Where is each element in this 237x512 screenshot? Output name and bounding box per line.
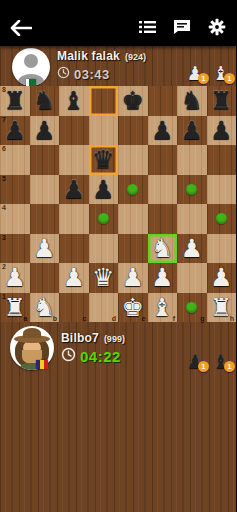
legal-move-dot: [186, 302, 197, 313]
app-screen: Malik falak (924) 03:43 ♟1♝1 8♜♞♝♚♞♜7♟♟♟…: [0, 0, 236, 512]
square-b7[interactable]: ♟: [30, 116, 60, 146]
square-g5[interactable]: [177, 175, 207, 205]
square-a1[interactable]: 1a♜: [0, 293, 30, 323]
square-h4[interactable]: [207, 204, 237, 234]
square-f5[interactable]: [148, 175, 178, 205]
square-a7[interactable]: 7♟: [0, 116, 30, 146]
white-knight: ♞: [151, 234, 173, 263]
square-h2[interactable]: ♟: [207, 263, 237, 293]
rank-label-8: 8: [2, 86, 6, 93]
white-king: ♚: [122, 293, 144, 322]
square-c5[interactable]: ♟: [59, 175, 89, 205]
square-b8[interactable]: ♞: [30, 86, 60, 116]
settings-button[interactable]: [206, 16, 228, 41]
settings-gear-icon: [208, 18, 226, 39]
opponent-name: Malik falak: [57, 49, 120, 63]
white-pawn: ♟: [210, 263, 232, 292]
opponent-captured-tray: ♟1♝1: [184, 58, 232, 84]
square-g6[interactable]: [177, 145, 207, 175]
white-pawn: ♟: [33, 234, 55, 263]
white-rook: ♜: [4, 293, 26, 322]
black-rook: ♜: [210, 86, 232, 115]
captured-white-pawn: ♟1: [184, 58, 206, 84]
legal-move-dot: [98, 213, 109, 224]
square-e8[interactable]: ♚: [118, 86, 148, 116]
square-b1[interactable]: b♞: [30, 293, 60, 323]
wood-background: [0, 374, 236, 512]
player-flag-romania: [36, 360, 48, 369]
captured-count-badge: 1: [224, 361, 235, 372]
square-f8[interactable]: [148, 86, 178, 116]
square-b3[interactable]: ♟: [30, 234, 60, 264]
square-e5[interactable]: [118, 175, 148, 205]
square-d1[interactable]: d: [89, 293, 119, 323]
square-d5[interactable]: ♟: [89, 175, 119, 205]
square-h5[interactable]: [207, 175, 237, 205]
square-c7[interactable]: [59, 116, 89, 146]
chat-icon: [173, 19, 191, 38]
legal-move-dot: [216, 213, 227, 224]
chat-button[interactable]: [171, 17, 193, 40]
white-pawn: ♟: [151, 263, 173, 292]
square-h3[interactable]: [207, 234, 237, 264]
black-pawn: ♟: [210, 116, 232, 145]
square-h7[interactable]: ♟: [207, 116, 237, 146]
square-d6[interactable]: ♛: [89, 145, 119, 175]
captured-count-badge: 1: [224, 73, 235, 84]
moves-list-button[interactable]: [137, 18, 158, 39]
square-f7[interactable]: ♟: [148, 116, 178, 146]
captured-count-badge: 1: [198, 73, 209, 84]
file-label-g: g: [200, 315, 204, 322]
square-e4[interactable]: [118, 204, 148, 234]
square-f2[interactable]: ♟: [148, 263, 178, 293]
white-queen: ♛: [92, 263, 114, 292]
opponent-clock: 03:43: [74, 67, 110, 82]
captured-white-bishop: ♝1: [210, 58, 232, 84]
rank-label-2: 2: [2, 263, 6, 270]
player-rating: (999): [104, 334, 125, 344]
square-d8[interactable]: [89, 86, 119, 116]
square-g7[interactable]: ♟: [177, 116, 207, 146]
top-bar-actions: [137, 16, 228, 41]
clock-icon: [61, 347, 76, 366]
square-g3[interactable]: ♟: [177, 234, 207, 264]
square-h1[interactable]: h♜: [207, 293, 237, 323]
square-f6[interactable]: [148, 145, 178, 175]
player-name: Bilbo7: [61, 331, 99, 345]
square-c2[interactable]: ♟: [59, 263, 89, 293]
black-pawn: ♟: [181, 116, 203, 145]
file-label-b: b: [53, 315, 57, 322]
opponent-avatar: [12, 48, 50, 86]
square-h6[interactable]: [207, 145, 237, 175]
captured-black-pawn: ♟1: [184, 346, 206, 372]
player-avatar: [10, 326, 54, 370]
player-clock: 04:22: [80, 348, 121, 365]
back-button[interactable]: [8, 18, 34, 41]
square-d7[interactable]: [89, 116, 119, 146]
black-king: ♚: [122, 86, 144, 115]
file-label-h: h: [230, 315, 234, 322]
white-bishop: ♝: [151, 293, 173, 322]
rank-label-1: 1: [2, 293, 6, 300]
black-rook: ♜: [4, 86, 26, 115]
square-b5[interactable]: [30, 175, 60, 205]
black-pawn: ♟: [63, 175, 85, 204]
black-pawn: ♟: [92, 175, 114, 204]
square-c3[interactable]: [59, 234, 89, 264]
square-f3[interactable]: ♞: [148, 234, 178, 264]
moves-list-icon: [139, 20, 156, 37]
square-a4[interactable]: 4: [0, 204, 30, 234]
square-h8[interactable]: ♜: [207, 86, 237, 116]
black-pawn: ♟: [151, 116, 173, 145]
opponent-row: Malik falak (924) 03:43 ♟1♝1: [0, 46, 236, 86]
rank-label-6: 6: [2, 145, 6, 152]
opponent-rating: (924): [125, 52, 146, 62]
square-b6[interactable]: [30, 145, 60, 175]
player-row: Bilbo7 (999) 04:22 ♟1♝1: [0, 322, 236, 374]
square-a3[interactable]: 3: [0, 234, 30, 264]
square-b2[interactable]: [30, 263, 60, 293]
white-pawn: ♟: [63, 263, 85, 292]
white-pawn: ♟: [181, 234, 203, 263]
chess-board: 8♜♞♝♚♞♜7♟♟♟♟♟6♛5♟♟43♟♞♟2♟♟♛♟♟♟1a♜b♞cde♚f…: [0, 86, 236, 322]
rank-label-5: 5: [2, 175, 6, 182]
clock-icon: [57, 65, 70, 83]
rank-label-3: 3: [2, 234, 6, 241]
square-g1[interactable]: g: [177, 293, 207, 323]
square-e7[interactable]: [118, 116, 148, 146]
black-pawn: ♟: [4, 116, 26, 145]
rank-label-4: 4: [2, 204, 6, 211]
legal-move-dot: [127, 184, 138, 195]
square-f4[interactable]: [148, 204, 178, 234]
rank-label-7: 7: [2, 116, 6, 123]
square-g2[interactable]: [177, 263, 207, 293]
square-g4[interactable]: [177, 204, 207, 234]
opponent-info: Malik falak (924) 03:43: [57, 49, 146, 83]
file-label-d: d: [112, 315, 116, 322]
white-pawn: ♟: [122, 263, 144, 292]
player-info: Bilbo7 (999) 04:22: [61, 331, 125, 366]
back-arrow-icon: [10, 20, 32, 39]
square-c4[interactable]: [59, 204, 89, 234]
player-captured-tray: ♟1♝1: [184, 346, 232, 372]
square-a5[interactable]: 5: [0, 175, 30, 205]
square-c6[interactable]: [59, 145, 89, 175]
square-d4[interactable]: [89, 204, 119, 234]
square-a2[interactable]: 2♟: [0, 263, 30, 293]
square-a6[interactable]: 6: [0, 145, 30, 175]
file-label-a: a: [24, 315, 28, 322]
top-bar: [0, 0, 236, 46]
white-pawn: ♟: [4, 263, 26, 292]
black-bishop: ♝: [63, 86, 85, 115]
square-e3[interactable]: [118, 234, 148, 264]
square-d2[interactable]: ♛: [89, 263, 119, 293]
square-f1[interactable]: f♝: [148, 293, 178, 323]
captured-black-bishop: ♝1: [210, 346, 232, 372]
avatar-silhouette-icon: [24, 54, 38, 68]
square-e2[interactable]: ♟: [118, 263, 148, 293]
black-queen: ♛: [92, 145, 114, 174]
black-knight: ♞: [181, 86, 203, 115]
square-d3[interactable]: [89, 234, 119, 264]
black-knight: ♞: [33, 86, 55, 115]
square-b4[interactable]: [30, 204, 60, 234]
legal-move-dot: [186, 184, 197, 195]
square-g8[interactable]: ♞: [177, 86, 207, 116]
file-label-f: f: [173, 315, 175, 322]
file-label-c: c: [83, 315, 87, 322]
square-e1[interactable]: e♚: [118, 293, 148, 323]
black-pawn: ♟: [33, 116, 55, 145]
square-e6[interactable]: [118, 145, 148, 175]
file-label-e: e: [142, 315, 146, 322]
captured-count-badge: 1: [198, 361, 209, 372]
square-a8[interactable]: 8♜: [0, 86, 30, 116]
square-c1[interactable]: c: [59, 293, 89, 323]
square-c8[interactable]: ♝: [59, 86, 89, 116]
